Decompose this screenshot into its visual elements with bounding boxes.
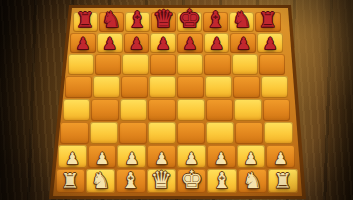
piece-white-rook[interactable]: ♜	[273, 171, 292, 192]
square-b7[interactable]: ♟	[97, 33, 123, 54]
piece-white-knight[interactable]: ♞	[91, 170, 111, 192]
piece-red-bishop[interactable]: ♝	[206, 9, 226, 31]
square-f1[interactable]: ♝	[207, 169, 236, 193]
piece-white-rook[interactable]: ♜	[61, 171, 80, 192]
square-h2[interactable]: ♟	[266, 145, 295, 168]
square-b4[interactable]	[91, 99, 119, 121]
square-g1[interactable]: ♞	[238, 169, 267, 193]
square-g8[interactable]: ♞	[229, 12, 254, 32]
square-d4[interactable]	[148, 99, 176, 121]
square-e8[interactable]: ♚	[177, 12, 202, 32]
square-b8[interactable]: ♞	[99, 12, 124, 32]
rank-row-2: ♟♟♟♟♟♟♟♟	[57, 145, 295, 169]
square-b3[interactable]	[90, 122, 118, 145]
square-h3[interactable]	[264, 122, 292, 145]
piece-red-pawn[interactable]: ♟	[209, 36, 223, 52]
square-f5[interactable]	[205, 76, 232, 98]
rank-row-1: ♜♞♝♛♚♝♞♜	[55, 169, 298, 194]
piece-red-pawn[interactable]: ♟	[263, 36, 277, 52]
piece-red-bishop[interactable]: ♝	[127, 9, 147, 31]
square-f4[interactable]	[206, 99, 234, 121]
square-e5[interactable]	[177, 76, 204, 98]
chess-game-scene: ♜♞♝♛♚♝♞♜♟♟♟♟♟♟♟♟♟♟♟♟♟♟♟♟♜♞♝♛♚♝♞♜	[0, 0, 353, 200]
rank-row-3	[60, 121, 293, 145]
piece-red-pawn[interactable]: ♟	[183, 36, 197, 52]
square-a8[interactable]: ♜	[73, 12, 98, 32]
piece-red-pawn[interactable]: ♟	[102, 36, 116, 52]
piece-red-king[interactable]: ♚	[178, 6, 200, 31]
piece-red-knight[interactable]: ♞	[232, 9, 252, 31]
square-b1[interactable]: ♞	[86, 169, 115, 193]
square-e7[interactable]: ♟	[177, 33, 203, 54]
square-c3[interactable]	[119, 122, 147, 145]
square-d3[interactable]	[148, 122, 176, 145]
square-d1[interactable]: ♛	[147, 169, 176, 193]
piece-white-pawn[interactable]: ♟	[65, 151, 79, 167]
square-h8[interactable]: ♜	[255, 12, 280, 32]
piece-white-pawn[interactable]: ♟	[125, 151, 139, 167]
square-h1[interactable]: ♜	[268, 169, 297, 193]
piece-red-pawn[interactable]: ♟	[76, 36, 90, 52]
square-g2[interactable]: ♟	[237, 145, 266, 168]
square-g3[interactable]	[235, 122, 263, 145]
square-b5[interactable]	[93, 76, 120, 98]
piece-red-queen[interactable]: ♛	[153, 7, 175, 31]
square-d5[interactable]	[149, 76, 176, 98]
square-c6[interactable]	[122, 54, 148, 75]
piece-white-pawn[interactable]: ♟	[214, 151, 228, 167]
square-e4[interactable]	[177, 99, 205, 121]
square-f6[interactable]	[204, 54, 230, 75]
square-c2[interactable]: ♟	[117, 145, 146, 168]
piece-white-pawn[interactable]: ♟	[95, 151, 109, 167]
piece-red-rook[interactable]: ♜	[76, 10, 95, 31]
piece-white-pawn[interactable]: ♟	[274, 151, 288, 167]
square-c5[interactable]	[121, 76, 148, 98]
square-g7[interactable]: ♟	[230, 33, 256, 54]
square-b6[interactable]	[95, 54, 121, 75]
square-d8[interactable]: ♛	[151, 12, 176, 32]
square-h6[interactable]	[259, 54, 285, 75]
piece-red-pawn[interactable]: ♟	[236, 36, 250, 52]
piece-white-knight[interactable]: ♞	[243, 170, 263, 192]
rank-row-4	[62, 98, 290, 121]
piece-red-pawn[interactable]: ♟	[156, 36, 170, 52]
rank-row-5	[65, 76, 289, 99]
square-g6[interactable]	[232, 54, 258, 75]
square-d7[interactable]: ♟	[150, 33, 176, 54]
square-a4[interactable]	[63, 99, 91, 121]
square-c4[interactable]	[120, 99, 148, 121]
square-h5[interactable]	[261, 76, 288, 98]
square-h7[interactable]: ♟	[257, 33, 283, 54]
square-d6[interactable]	[150, 54, 176, 75]
square-a6[interactable]	[68, 54, 94, 75]
square-g4[interactable]	[234, 99, 262, 121]
square-f3[interactable]	[206, 122, 234, 145]
square-a2[interactable]: ♟	[58, 145, 87, 168]
square-e3[interactable]	[177, 122, 205, 145]
square-f2[interactable]: ♟	[207, 145, 236, 168]
square-a7[interactable]: ♟	[70, 33, 96, 54]
piece-red-knight[interactable]: ♞	[101, 9, 121, 31]
square-g5[interactable]	[233, 76, 260, 98]
rank-row-8: ♜♞♝♛♚♝♞♜	[72, 11, 281, 32]
square-e1[interactable]: ♚	[177, 169, 206, 193]
piece-red-pawn[interactable]: ♟	[129, 36, 143, 52]
square-a1[interactable]: ♜	[56, 169, 85, 193]
piece-white-pawn[interactable]: ♟	[244, 151, 258, 167]
square-a3[interactable]	[60, 122, 88, 145]
square-b2[interactable]: ♟	[88, 145, 117, 168]
square-f8[interactable]: ♝	[203, 12, 228, 32]
square-c1[interactable]: ♝	[116, 169, 145, 193]
rank-row-7: ♟♟♟♟♟♟♟♟	[70, 32, 284, 54]
piece-white-king[interactable]: ♚	[180, 167, 202, 192]
piece-white-bishop[interactable]: ♝	[121, 170, 141, 192]
piece-white-bishop[interactable]: ♝	[212, 170, 232, 192]
square-h4[interactable]	[263, 99, 291, 121]
square-c7[interactable]: ♟	[124, 33, 150, 54]
piece-white-queen[interactable]: ♛	[151, 168, 173, 192]
square-c8[interactable]: ♝	[125, 12, 150, 32]
square-f7[interactable]: ♟	[204, 33, 230, 54]
rank-row-6	[67, 54, 286, 76]
square-a5[interactable]	[65, 76, 92, 98]
board-squares: ♜♞♝♛♚♝♞♜♟♟♟♟♟♟♟♟♟♟♟♟♟♟♟♟♜♞♝♛♚♝♞♜	[54, 11, 299, 193]
square-e6[interactable]	[177, 54, 203, 75]
piece-red-rook[interactable]: ♜	[259, 10, 278, 31]
